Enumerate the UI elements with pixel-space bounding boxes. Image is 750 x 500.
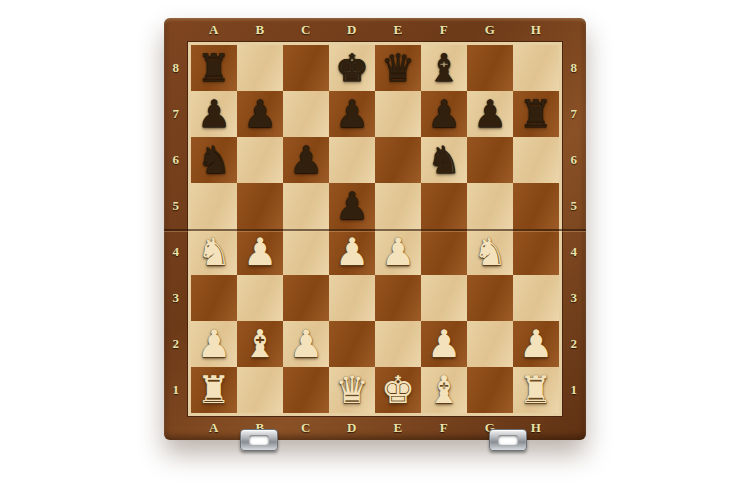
square-f4[interactable]	[421, 229, 467, 275]
square-h5[interactable]	[513, 183, 559, 229]
square-a1[interactable]: ♜	[191, 367, 237, 413]
square-d7[interactable]: ♟	[329, 91, 375, 137]
rank-label: 1	[164, 367, 188, 413]
square-h2[interactable]: ♟	[513, 321, 559, 367]
piece-white-rook[interactable]: ♜	[513, 367, 559, 413]
piece-black-pawn[interactable]: ♟	[421, 91, 467, 137]
photo-stage: ABCDEFGH 87654321 87654321 ABCDEFGH ♜♚♛♝…	[0, 0, 750, 500]
square-g3[interactable]	[467, 275, 513, 321]
rank-label: 7	[562, 91, 586, 137]
piece-white-pawn[interactable]: ♟	[191, 321, 237, 367]
piece-black-pawn[interactable]: ♟	[329, 91, 375, 137]
rank-label: 4	[164, 229, 188, 275]
piece-black-pawn[interactable]: ♟	[329, 183, 375, 229]
square-d5[interactable]: ♟	[329, 183, 375, 229]
square-e2[interactable]	[375, 321, 421, 367]
square-b5[interactable]	[237, 183, 283, 229]
square-a7[interactable]: ♟	[191, 91, 237, 137]
square-c4[interactable]	[283, 229, 329, 275]
chess-board: ABCDEFGH 87654321 87654321 ABCDEFGH ♜♚♛♝…	[164, 18, 586, 440]
square-g7[interactable]: ♟	[467, 91, 513, 137]
piece-white-bishop[interactable]: ♝	[421, 367, 467, 413]
square-a6[interactable]: ♞	[191, 137, 237, 183]
square-f8[interactable]: ♝	[421, 45, 467, 91]
piece-black-king[interactable]: ♚	[329, 45, 375, 91]
piece-white-rook[interactable]: ♜	[191, 367, 237, 413]
file-label: D	[329, 18, 375, 42]
square-c3[interactable]	[283, 275, 329, 321]
rank-label: 5	[562, 183, 586, 229]
square-h4[interactable]	[513, 229, 559, 275]
piece-black-pawn[interactable]: ♟	[191, 91, 237, 137]
square-b1[interactable]	[237, 367, 283, 413]
square-h7[interactable]: ♜	[513, 91, 559, 137]
square-c1[interactable]	[283, 367, 329, 413]
square-a8[interactable]: ♜	[191, 45, 237, 91]
square-g4[interactable]: ♞	[467, 229, 513, 275]
square-b8[interactable]	[237, 45, 283, 91]
piece-white-pawn[interactable]: ♟	[513, 321, 559, 367]
square-e5[interactable]	[375, 183, 421, 229]
rank-label: 8	[562, 45, 586, 91]
file-label: C	[283, 416, 329, 440]
piece-white-knight[interactable]: ♞	[191, 229, 237, 275]
piece-white-pawn[interactable]: ♟	[329, 229, 375, 275]
piece-black-pawn[interactable]: ♟	[283, 137, 329, 183]
piece-white-pawn[interactable]: ♟	[421, 321, 467, 367]
file-label: A	[191, 18, 237, 42]
square-b2[interactable]: ♝	[237, 321, 283, 367]
square-e6[interactable]	[375, 137, 421, 183]
piece-black-queen[interactable]: ♛	[375, 45, 421, 91]
file-label: G	[467, 18, 513, 42]
rank-label: 2	[164, 321, 188, 367]
file-label: F	[421, 18, 467, 42]
rank-label: 4	[562, 229, 586, 275]
piece-white-pawn[interactable]: ♟	[283, 321, 329, 367]
piece-black-rook[interactable]: ♜	[513, 91, 559, 137]
rank-label: 1	[562, 367, 586, 413]
piece-black-bishop[interactable]: ♝	[421, 45, 467, 91]
file-label: B	[237, 18, 283, 42]
square-d4[interactable]: ♟	[329, 229, 375, 275]
square-g1[interactable]	[467, 367, 513, 413]
square-c2[interactable]: ♟	[283, 321, 329, 367]
file-label: H	[513, 18, 559, 42]
square-a4[interactable]: ♞	[191, 229, 237, 275]
piece-black-knight[interactable]: ♞	[421, 137, 467, 183]
square-g5[interactable]	[467, 183, 513, 229]
file-label: F	[421, 416, 467, 440]
square-f7[interactable]: ♟	[421, 91, 467, 137]
piece-white-pawn[interactable]: ♟	[237, 229, 283, 275]
square-c8[interactable]	[283, 45, 329, 91]
square-g8[interactable]	[467, 45, 513, 91]
piece-black-pawn[interactable]: ♟	[467, 91, 513, 137]
rank-label: 3	[562, 275, 586, 321]
piece-black-rook[interactable]: ♜	[191, 45, 237, 91]
board-frame: ABCDEFGH 87654321 87654321 ABCDEFGH ♜♚♛♝…	[164, 18, 586, 440]
square-f2[interactable]: ♟	[421, 321, 467, 367]
square-e7[interactable]	[375, 91, 421, 137]
square-h1[interactable]: ♜	[513, 367, 559, 413]
rank-label: 3	[164, 275, 188, 321]
square-a2[interactable]: ♟	[191, 321, 237, 367]
square-g2[interactable]	[467, 321, 513, 367]
square-b6[interactable]	[237, 137, 283, 183]
square-a5[interactable]	[191, 183, 237, 229]
file-label: A	[191, 416, 237, 440]
square-c7[interactable]	[283, 91, 329, 137]
square-d3[interactable]	[329, 275, 375, 321]
file-label: E	[375, 18, 421, 42]
metal-clasp-left	[240, 429, 278, 451]
rank-label: 2	[562, 321, 586, 367]
square-d6[interactable]	[329, 137, 375, 183]
square-e1[interactable]: ♚	[375, 367, 421, 413]
square-g6[interactable]	[467, 137, 513, 183]
piece-white-knight[interactable]: ♞	[467, 229, 513, 275]
square-f6[interactable]: ♞	[421, 137, 467, 183]
square-b7[interactable]: ♟	[237, 91, 283, 137]
metal-clasp-right	[489, 429, 527, 451]
square-f3[interactable]	[421, 275, 467, 321]
square-c6[interactable]: ♟	[283, 137, 329, 183]
piece-black-knight[interactable]: ♞	[191, 137, 237, 183]
square-d8[interactable]: ♚	[329, 45, 375, 91]
file-label: E	[375, 416, 421, 440]
square-c5[interactable]	[283, 183, 329, 229]
rank-label: 6	[164, 137, 188, 183]
square-e8[interactable]: ♛	[375, 45, 421, 91]
square-b3[interactable]	[237, 275, 283, 321]
rank-label: 5	[164, 183, 188, 229]
square-h6[interactable]	[513, 137, 559, 183]
square-e4[interactable]: ♟	[375, 229, 421, 275]
square-f5[interactable]	[421, 183, 467, 229]
file-label: C	[283, 18, 329, 42]
fold-seam	[164, 229, 586, 232]
piece-white-bishop[interactable]: ♝	[237, 321, 283, 367]
piece-black-pawn[interactable]: ♟	[237, 91, 283, 137]
square-h8[interactable]	[513, 45, 559, 91]
square-d1[interactable]: ♛	[329, 367, 375, 413]
square-e3[interactable]	[375, 275, 421, 321]
rank-label: 8	[164, 45, 188, 91]
file-labels-top: ABCDEFGH	[191, 18, 559, 42]
file-label: D	[329, 416, 375, 440]
square-a3[interactable]	[191, 275, 237, 321]
square-f1[interactable]: ♝	[421, 367, 467, 413]
square-b4[interactable]: ♟	[237, 229, 283, 275]
piece-white-king[interactable]: ♚	[375, 367, 421, 413]
rank-label: 6	[562, 137, 586, 183]
piece-white-queen[interactable]: ♛	[329, 367, 375, 413]
piece-white-pawn[interactable]: ♟	[375, 229, 421, 275]
rank-label: 7	[164, 91, 188, 137]
square-d2[interactable]	[329, 321, 375, 367]
square-h3[interactable]	[513, 275, 559, 321]
